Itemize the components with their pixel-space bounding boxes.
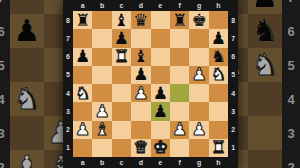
square-c8[interactable]: ♝: [112, 11, 131, 29]
square-g6[interactable]: [189, 48, 208, 66]
square-g1[interactable]: [189, 139, 208, 157]
file-label-h: h: [209, 157, 228, 168]
square-a4: ♞: [10, 82, 44, 116]
square-e2[interactable]: [151, 121, 170, 139]
rank-label-3-bg: 3: [0, 116, 10, 150]
square-c1[interactable]: [112, 139, 131, 157]
rank-label-2-bg: 2: [0, 150, 10, 168]
file-label-a: a: [73, 0, 92, 11]
file-label-f: f: [170, 157, 189, 168]
file-label-c: c: [112, 0, 131, 11]
file-label-c: c: [112, 157, 131, 168]
piece-bP-a6: ♟: [14, 16, 41, 46]
piece-wP-b3: ♟: [94, 103, 109, 120]
square-a3: [10, 116, 44, 150]
square-d1[interactable]: ♛: [131, 139, 150, 157]
piece-bQ-d8: ♛: [133, 12, 148, 29]
rank-label-4-bg: 4: [0, 82, 10, 116]
file-label-g: g: [189, 157, 208, 168]
file-label-d: d: [131, 0, 150, 11]
square-a5: [10, 48, 44, 82]
rank-label-1-right: 1: [228, 139, 238, 157]
square-h4[interactable]: [209, 84, 228, 102]
piece-bB-d6: ♝: [133, 48, 148, 65]
square-b7[interactable]: [92, 29, 111, 47]
square-g7[interactable]: [189, 29, 208, 47]
square-b4[interactable]: [92, 84, 111, 102]
square-h7[interactable]: ♟: [209, 29, 228, 47]
square-a7: [10, 0, 44, 14]
file-label-b: b: [92, 0, 111, 11]
square-a6: ♟: [10, 14, 44, 48]
file-label-e: e: [151, 157, 170, 168]
square-g4[interactable]: [189, 84, 208, 102]
file-label-h: h: [209, 0, 228, 11]
piece-bP-h7: ♟: [252, 0, 279, 12]
square-h6[interactable]: ♞: [209, 48, 228, 66]
square-h5[interactable]: ♞: [209, 66, 228, 84]
piece-bN-h6: ♞: [211, 48, 226, 65]
square-h7: ♟: [248, 0, 282, 14]
board-corner: [228, 157, 238, 168]
piece-wR-h1: ♜: [211, 139, 226, 156]
square-d2[interactable]: [131, 121, 150, 139]
square-g8[interactable]: ♚: [189, 11, 208, 29]
file-label-f: f: [170, 0, 189, 11]
piece-wP-f2: ♟: [172, 121, 187, 138]
piece-wQ-d1: ♛: [133, 139, 148, 156]
rank-label-6-right: 6: [228, 48, 238, 66]
square-e6[interactable]: [151, 48, 170, 66]
piece-bP-a6: ♟: [75, 48, 90, 65]
square-d8[interactable]: ♛: [131, 11, 150, 29]
square-a5[interactable]: [73, 66, 92, 84]
piece-wP-a2: ♟: [75, 121, 90, 138]
square-d5[interactable]: ♟: [131, 66, 150, 84]
square-g5[interactable]: ♟: [189, 66, 208, 84]
square-h5: ♞: [248, 48, 282, 82]
board-corner: [63, 157, 73, 168]
file-label-a: a: [73, 157, 92, 168]
board-corner: [63, 0, 73, 11]
piece-wB-b2: ♝: [94, 121, 109, 138]
rank-label-5-bg: 5: [0, 48, 10, 82]
square-h4: [248, 82, 282, 116]
piece-wN-h5: ♞: [252, 50, 279, 80]
piece-bN-h6: ♞: [252, 16, 279, 46]
piece-wP-d4: ♟: [133, 85, 148, 102]
rank-label-2-bg-right: 2: [282, 150, 300, 168]
piece-wR-c6: ♜: [114, 48, 129, 65]
rank-label-4: 4: [63, 84, 73, 102]
square-a2: ♟: [10, 150, 44, 168]
square-a2[interactable]: ♟: [73, 121, 92, 139]
square-f5[interactable]: [170, 66, 189, 84]
piece-wP-g2: ♟: [191, 121, 206, 138]
square-b3[interactable]: ♟: [92, 102, 111, 120]
square-f1[interactable]: [170, 139, 189, 157]
square-b1[interactable]: [92, 139, 111, 157]
square-f2[interactable]: ♟: [170, 121, 189, 139]
rank-label-4-right: 4: [228, 84, 238, 102]
rank-label-2-right: 2: [228, 121, 238, 139]
piece-bR-a8: ♜: [75, 12, 90, 29]
square-f3[interactable]: [170, 102, 189, 120]
square-d4[interactable]: ♟: [131, 84, 150, 102]
file-label-e: e: [151, 0, 170, 11]
square-f6[interactable]: [170, 48, 189, 66]
square-e3[interactable]: ♟: [151, 102, 170, 120]
square-b8[interactable]: [92, 11, 111, 29]
square-h6: ♞: [248, 14, 282, 48]
rank-label-2: 2: [63, 121, 73, 139]
rank-label-8: 8: [63, 11, 73, 29]
square-h1[interactable]: ♜: [209, 139, 228, 157]
rank-label-6: 6: [63, 48, 73, 66]
file-label-b: b: [92, 157, 111, 168]
square-d7[interactable]: [131, 29, 150, 47]
rank-label-7-bg-right: 7: [282, 0, 300, 14]
piece-bP-h7: ♟: [211, 30, 226, 47]
square-c4[interactable]: [112, 84, 131, 102]
square-h8[interactable]: [209, 11, 228, 29]
piece-bR-f8: ♜: [172, 12, 187, 29]
piece-wN-h5: ♞: [211, 66, 226, 83]
rank-label-7: 7: [63, 29, 73, 47]
piece-bP-e3: ♟: [153, 103, 168, 120]
piece-wK-e1: ♚: [153, 139, 168, 156]
square-f7[interactable]: [170, 29, 189, 47]
square-f8[interactable]: ♜: [170, 11, 189, 29]
square-d6[interactable]: ♝: [131, 48, 150, 66]
rank-label-5-right: 5: [228, 66, 238, 84]
square-f4[interactable]: [170, 84, 189, 102]
square-b5[interactable]: [92, 66, 111, 84]
rank-label-6-bg-right: 6: [282, 14, 300, 48]
square-c3[interactable]: [112, 102, 131, 120]
rank-label-6-bg: 6: [0, 14, 10, 48]
file-label-g: g: [189, 0, 208, 11]
piece-bP-e4: ♟: [153, 85, 168, 102]
square-a8[interactable]: ♜: [73, 11, 92, 29]
rank-label-5: 5: [63, 66, 73, 84]
square-e5[interactable]: [151, 66, 170, 84]
square-c2[interactable]: [112, 121, 131, 139]
square-e1[interactable]: ♚: [151, 139, 170, 157]
rank-label-3-bg-right: 3: [282, 116, 300, 150]
square-g3[interactable]: [189, 102, 208, 120]
square-a4[interactable]: ♞: [73, 84, 92, 102]
file-label-d: d: [131, 157, 150, 168]
square-e4[interactable]: ♟: [151, 84, 170, 102]
rank-label-7-right: 7: [228, 29, 238, 47]
rank-label-5-bg-right: 5: [282, 48, 300, 82]
chess-board[interactable]: abcdefgh8♜♝♛♜♚87♟♟76♟♜♝♞65♟♟♞54♞♟♟43♟♟32…: [63, 0, 238, 168]
rank-label-8-right: 8: [228, 11, 238, 29]
piece-bP-d5: ♟: [133, 66, 148, 83]
rank-label-3-right: 3: [228, 102, 238, 120]
piece-bK-g8: ♚: [191, 12, 206, 29]
square-g2[interactable]: ♟: [189, 121, 208, 139]
rank-label-3: 3: [63, 102, 73, 120]
square-h3[interactable]: [209, 102, 228, 120]
square-a3[interactable]: [73, 102, 92, 120]
board-corner: [228, 0, 238, 11]
square-h2[interactable]: [209, 121, 228, 139]
square-a7[interactable]: [73, 29, 92, 47]
square-h2: [248, 150, 282, 168]
piece-wP-a2: ♟: [14, 152, 41, 168]
piece-wN-a4: ♞: [75, 85, 90, 102]
square-e7[interactable]: [151, 29, 170, 47]
square-b6[interactable]: [92, 48, 111, 66]
piece-wN-a4: ♞: [14, 84, 41, 114]
square-d3[interactable]: [131, 102, 150, 120]
rank-label-4-bg-right: 4: [282, 82, 300, 116]
square-c7[interactable]: ♟: [112, 29, 131, 47]
piece-wP-g5: ♟: [191, 66, 206, 83]
square-c5[interactable]: [112, 66, 131, 84]
piece-bP-c7: ♟: [114, 30, 129, 47]
piece-bB-c8: ♝: [114, 12, 129, 29]
square-b2[interactable]: ♝: [92, 121, 111, 139]
rank-label-7-bg: 7: [0, 0, 10, 14]
square-c6[interactable]: ♜: [112, 48, 131, 66]
square-h3: [248, 116, 282, 150]
square-a6[interactable]: ♟: [73, 48, 92, 66]
rank-label-1: 1: [63, 139, 73, 157]
square-e8[interactable]: [151, 11, 170, 29]
square-a1[interactable]: [73, 139, 92, 157]
